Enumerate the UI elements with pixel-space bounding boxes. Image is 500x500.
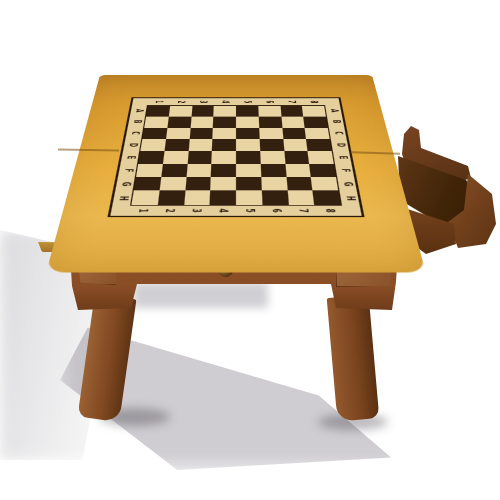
board-grid (130, 105, 342, 205)
square-c1[interactable] (142, 128, 167, 140)
tabletop: 12345678 12345678 ABCDEFGH ABCDEFGH (46, 75, 426, 272)
square-a6[interactable] (258, 106, 281, 117)
square-f7[interactable] (285, 164, 311, 177)
square-c3[interactable] (189, 128, 213, 140)
square-c2[interactable] (166, 128, 190, 140)
square-c4[interactable] (213, 128, 236, 140)
square-g6[interactable] (261, 177, 287, 191)
square-e3[interactable] (187, 151, 212, 164)
square-e7[interactable] (284, 151, 309, 164)
square-e5[interactable] (236, 151, 260, 164)
square-f5[interactable] (236, 164, 261, 177)
square-b3[interactable] (190, 116, 213, 127)
square-e8[interactable] (308, 151, 334, 164)
square-f4[interactable] (211, 164, 236, 177)
square-b7[interactable] (281, 116, 305, 127)
square-h1[interactable] (131, 191, 159, 205)
square-f2[interactable] (161, 164, 187, 177)
square-h8[interactable] (313, 191, 341, 205)
square-d2[interactable] (164, 139, 189, 151)
square-d7[interactable] (283, 139, 308, 151)
square-f3[interactable] (186, 164, 212, 177)
square-h5[interactable] (236, 191, 262, 205)
square-h3[interactable] (184, 191, 211, 205)
square-a3[interactable] (191, 106, 214, 117)
square-e2[interactable] (163, 151, 188, 164)
square-d4[interactable] (212, 139, 236, 151)
square-h2[interactable] (158, 191, 185, 205)
apron-arch-shadow (133, 282, 268, 308)
square-b8[interactable] (303, 116, 327, 127)
square-a1[interactable] (146, 106, 170, 117)
square-h4[interactable] (210, 191, 236, 205)
square-g4[interactable] (210, 177, 236, 191)
square-f8[interactable] (309, 164, 336, 177)
square-g5[interactable] (236, 177, 262, 191)
square-b6[interactable] (258, 116, 281, 127)
square-b1[interactable] (144, 116, 168, 127)
square-a8[interactable] (302, 106, 326, 117)
chess-table-photo: 12345678 12345678 ABCDEFGH ABCDEFGH (0, 0, 500, 500)
square-e4[interactable] (212, 151, 236, 164)
square-b5[interactable] (236, 116, 259, 127)
square-a2[interactable] (169, 106, 192, 117)
square-h7[interactable] (287, 191, 314, 205)
square-f6[interactable] (260, 164, 286, 177)
table-leg-right (327, 294, 380, 421)
square-g2[interactable] (159, 177, 186, 191)
square-d1[interactable] (140, 139, 165, 151)
square-e6[interactable] (260, 151, 285, 164)
square-b2[interactable] (167, 116, 191, 127)
strip-bottom: 12345678 (128, 206, 343, 216)
square-g3[interactable] (185, 177, 211, 191)
square-h6[interactable] (262, 191, 289, 205)
square-g1[interactable] (134, 177, 161, 191)
square-b4[interactable] (213, 116, 236, 127)
square-c6[interactable] (259, 128, 283, 140)
square-c5[interactable] (236, 128, 259, 140)
square-a7[interactable] (280, 106, 303, 117)
square-d3[interactable] (188, 139, 212, 151)
square-g8[interactable] (311, 177, 338, 191)
square-d5[interactable] (236, 139, 260, 151)
square-d6[interactable] (259, 139, 283, 151)
square-d8[interactable] (306, 139, 331, 151)
strip-top: 12345678 (147, 98, 325, 105)
square-a4[interactable] (214, 106, 236, 117)
square-c8[interactable] (305, 128, 330, 140)
square-f1[interactable] (136, 164, 163, 177)
chessboard: 12345678 12345678 ABCDEFGH ABCDEFGH (107, 97, 364, 217)
square-a5[interactable] (236, 106, 258, 117)
square-g7[interactable] (286, 177, 313, 191)
square-e1[interactable] (138, 151, 164, 164)
square-c7[interactable] (282, 128, 306, 140)
